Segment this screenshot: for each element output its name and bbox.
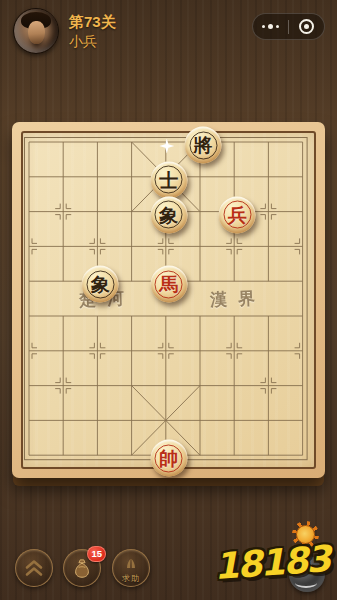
piece-glyph: 將 <box>194 136 213 155</box>
help-button-label: 求助 <box>113 573 149 584</box>
piece-red-horse[interactable]: 馬 <box>150 266 187 303</box>
help-button[interactable]: 求助 <box>112 549 150 587</box>
piece-glyph: 馬 <box>159 275 178 294</box>
collapse-button[interactable] <box>15 549 53 587</box>
player-name: 小兵 <box>69 33 97 51</box>
piece-black-elephant[interactable]: 象 <box>82 266 119 303</box>
praying-hands-icon <box>122 558 140 572</box>
xiangqi-board[interactable]: 楚河 漢界 將士象兵象馬帥 <box>12 122 325 478</box>
target-icon <box>299 19 314 34</box>
piece-red-soldier[interactable]: 兵 <box>219 196 256 233</box>
piece-glyph: 士 <box>159 170 178 189</box>
exit-button[interactable] <box>289 14 324 39</box>
player-avatar <box>13 8 59 54</box>
chevrons-up-icon <box>23 560 45 577</box>
piece-glyph: 象 <box>159 205 178 224</box>
piece-glyph: 帥 <box>159 449 178 468</box>
piece-glyph: 象 <box>91 275 110 294</box>
piece-black-elephant[interactable]: 象 <box>150 196 187 233</box>
level-title: 第73关 <box>69 13 116 32</box>
watermark-text: 18183 <box>213 541 330 585</box>
coins-badge: 15 <box>87 546 106 562</box>
miniprogram-capsule <box>252 13 325 40</box>
18183-watermark: 18183 <box>214 522 332 594</box>
ellipsis-icon <box>262 24 279 29</box>
river-label-right: 漢界 <box>210 287 267 312</box>
piece-glyph: 兵 <box>228 205 247 224</box>
piece-red-general[interactable]: 帥 <box>150 440 187 477</box>
more-button[interactable] <box>253 14 288 39</box>
app-screen: 第73关 小兵 楚河 漢界 將士象兵象馬帥 15 <box>0 0 337 600</box>
piece-black-general[interactable]: 將 <box>185 127 222 164</box>
piece-black-advisor[interactable]: 士 <box>150 161 187 198</box>
coins-button[interactable]: 15 <box>63 549 101 587</box>
